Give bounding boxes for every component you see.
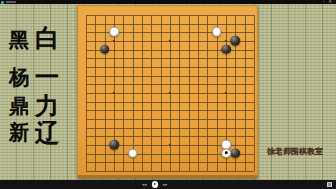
- minimize-button[interactable]: –: [323, 0, 325, 4]
- playback-controls: ◂◂ ▸▸: [142, 180, 167, 189]
- grid-line: [207, 15, 208, 171]
- grid-line: [86, 119, 254, 120]
- previous-move-button[interactable]: ◂◂: [142, 180, 147, 189]
- grid-line: [217, 15, 218, 171]
- stone-Q3: [221, 148, 231, 158]
- board-grid: [86, 15, 254, 171]
- grid-line: [86, 136, 254, 137]
- grid-line: [198, 15, 199, 171]
- stone-D4: [109, 140, 119, 150]
- window-title-text: [6, 1, 16, 3]
- grid-line: [86, 128, 254, 129]
- next-move-button[interactable]: ▸▸: [163, 180, 168, 189]
- grid-line: [245, 15, 246, 171]
- fullscreen-button[interactable]: [327, 182, 332, 187]
- last-move-marker: [225, 152, 228, 155]
- stone-R16: [231, 36, 241, 46]
- grid-line: [86, 110, 254, 111]
- play-icon: [154, 183, 156, 185]
- black-player-column-char: 鼎: [9, 96, 29, 116]
- channel-caption: 徐老师围棋教室: [267, 147, 327, 157]
- close-button[interactable]: ✕: [328, 0, 332, 4]
- stone-F3: [128, 148, 138, 158]
- player-control-bar: ◂◂ ▸▸: [0, 180, 336, 189]
- black-player-column-char: 黑: [9, 30, 29, 50]
- white-player-column-char: 力: [35, 94, 59, 118]
- stone-C15: [100, 44, 110, 54]
- black-player-column-char: 新: [9, 122, 29, 142]
- video-surface[interactable]: 黑杨鼎新白一力辽 徐老师围棋教室: [0, 4, 336, 180]
- white-player-column-char: 辽: [35, 121, 59, 145]
- go-board: [77, 5, 258, 178]
- grid-line: [179, 15, 180, 171]
- grid-line: [86, 162, 254, 163]
- app-icon: [1, 1, 4, 4]
- play-pause-button[interactable]: [152, 181, 158, 187]
- title-bar: – ✕: [0, 0, 336, 4]
- grid-line: [86, 171, 254, 172]
- white-player-column-char: 一: [35, 65, 59, 89]
- white-player-column-char: 白: [35, 26, 59, 50]
- grid-line: [86, 102, 254, 103]
- stone-Q15: [221, 44, 231, 54]
- grid-line: [254, 15, 255, 171]
- video-player-window: – ✕ 黑杨鼎新白一力辽 徐老师围棋教室 ◂◂ ▸▸: [0, 0, 336, 189]
- stone-P17: [212, 27, 222, 37]
- stone-D17: [109, 27, 119, 37]
- stone-R3: [231, 148, 241, 158]
- black-player-column-char: 杨: [9, 67, 29, 87]
- grid-line: [189, 15, 190, 171]
